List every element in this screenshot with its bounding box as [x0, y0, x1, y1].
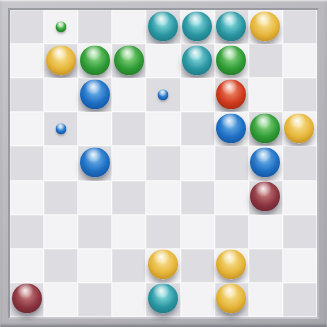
- cell-r1c8[interactable]: [283, 44, 317, 78]
- cell-r3c7[interactable]: [249, 112, 283, 146]
- ball-teal[interactable]: [182, 45, 212, 75]
- cell-r8c6[interactable]: [215, 283, 249, 317]
- cell-r1c7[interactable]: [249, 44, 283, 78]
- next-ball-blue: [157, 89, 168, 100]
- cell-r4c7[interactable]: [249, 146, 283, 180]
- cell-r5c4[interactable]: [146, 181, 180, 215]
- cell-r7c4[interactable]: [146, 249, 180, 283]
- cell-r3c8[interactable]: [283, 112, 317, 146]
- cell-r6c0[interactable]: [10, 215, 44, 249]
- ball-red[interactable]: [216, 79, 246, 109]
- cell-r7c0[interactable]: [10, 249, 44, 283]
- cell-r5c2[interactable]: [78, 181, 112, 215]
- cell-r2c0[interactable]: [10, 78, 44, 112]
- cell-r3c6[interactable]: [215, 112, 249, 146]
- ball-maroon[interactable]: [250, 181, 280, 211]
- cell-r2c6[interactable]: [215, 78, 249, 112]
- cell-r5c6[interactable]: [215, 181, 249, 215]
- cell-r2c1[interactable]: [44, 78, 78, 112]
- cell-r0c8[interactable]: [283, 10, 317, 44]
- cell-r6c1[interactable]: [44, 215, 78, 249]
- cell-r1c4[interactable]: [146, 44, 180, 78]
- cell-r3c5[interactable]: [181, 112, 215, 146]
- cell-r0c0[interactable]: [10, 10, 44, 44]
- cell-r1c6[interactable]: [215, 44, 249, 78]
- cell-r8c7[interactable]: [249, 283, 283, 317]
- cell-r2c4[interactable]: [146, 78, 180, 112]
- ball-yellow[interactable]: [250, 11, 280, 41]
- ball-teal[interactable]: [148, 11, 178, 41]
- cell-r8c5[interactable]: [181, 283, 215, 317]
- ball-yellow[interactable]: [46, 45, 76, 75]
- cell-r0c7[interactable]: [249, 10, 283, 44]
- cell-r8c0[interactable]: [10, 283, 44, 317]
- cell-r8c4[interactable]: [146, 283, 180, 317]
- ball-green[interactable]: [250, 113, 280, 143]
- ball-green[interactable]: [114, 45, 144, 75]
- ball-maroon[interactable]: [12, 284, 42, 314]
- ball-blue[interactable]: [216, 113, 246, 143]
- cell-r2c5[interactable]: [181, 78, 215, 112]
- cell-r1c2[interactable]: [78, 44, 112, 78]
- cell-r4c8[interactable]: [283, 146, 317, 180]
- ball-blue[interactable]: [80, 147, 110, 177]
- cell-r4c6[interactable]: [215, 146, 249, 180]
- ball-yellow[interactable]: [148, 250, 178, 280]
- cell-r4c3[interactable]: [112, 146, 146, 180]
- cell-r3c4[interactable]: [146, 112, 180, 146]
- ball-teal[interactable]: [148, 284, 178, 314]
- cell-r2c3[interactable]: [112, 78, 146, 112]
- cell-r6c5[interactable]: [181, 215, 215, 249]
- ball-teal[interactable]: [216, 11, 246, 41]
- cell-r5c1[interactable]: [44, 181, 78, 215]
- cell-r7c1[interactable]: [44, 249, 78, 283]
- cell-r0c5[interactable]: [181, 10, 215, 44]
- cell-r7c6[interactable]: [215, 249, 249, 283]
- cell-r8c2[interactable]: [78, 283, 112, 317]
- ball-blue[interactable]: [250, 147, 280, 177]
- cell-r7c7[interactable]: [249, 249, 283, 283]
- cell-r7c8[interactable]: [283, 249, 317, 283]
- ball-teal[interactable]: [182, 11, 212, 41]
- cell-r7c3[interactable]: [112, 249, 146, 283]
- cell-r6c3[interactable]: [112, 215, 146, 249]
- cell-r7c2[interactable]: [78, 249, 112, 283]
- cell-r5c8[interactable]: [283, 181, 317, 215]
- cell-r1c1[interactable]: [44, 44, 78, 78]
- cell-r3c3[interactable]: [112, 112, 146, 146]
- cell-r2c2[interactable]: [78, 78, 112, 112]
- cell-r6c8[interactable]: [283, 215, 317, 249]
- cell-r3c1[interactable]: [44, 112, 78, 146]
- cell-r6c2[interactable]: [78, 215, 112, 249]
- cell-r1c5[interactable]: [181, 44, 215, 78]
- cell-r8c3[interactable]: [112, 283, 146, 317]
- cell-r1c0[interactable]: [10, 44, 44, 78]
- cell-r3c2[interactable]: [78, 112, 112, 146]
- cell-r2c7[interactable]: [249, 78, 283, 112]
- cell-r0c1[interactable]: [44, 10, 78, 44]
- cell-r5c7[interactable]: [249, 181, 283, 215]
- cell-r8c8[interactable]: [283, 283, 317, 317]
- ball-yellow[interactable]: [216, 250, 246, 280]
- cell-r4c1[interactable]: [44, 146, 78, 180]
- cell-r6c6[interactable]: [215, 215, 249, 249]
- cell-r1c3[interactable]: [112, 44, 146, 78]
- ball-green[interactable]: [216, 45, 246, 75]
- ball-yellow[interactable]: [284, 113, 314, 143]
- board-grid: [8, 8, 319, 319]
- cell-r5c3[interactable]: [112, 181, 146, 215]
- cell-r5c0[interactable]: [10, 181, 44, 215]
- cell-r0c2[interactable]: [78, 10, 112, 44]
- cell-r4c4[interactable]: [146, 146, 180, 180]
- ball-green[interactable]: [80, 45, 110, 75]
- cell-r3c0[interactable]: [10, 112, 44, 146]
- cell-r7c5[interactable]: [181, 249, 215, 283]
- cell-r0c6[interactable]: [215, 10, 249, 44]
- cell-r0c4[interactable]: [146, 10, 180, 44]
- cell-r6c7[interactable]: [249, 215, 283, 249]
- cell-r6c4[interactable]: [146, 215, 180, 249]
- next-ball-blue: [55, 123, 66, 134]
- cell-r8c1[interactable]: [44, 283, 78, 317]
- ball-yellow[interactable]: [216, 284, 246, 314]
- cell-r2c8[interactable]: [283, 78, 317, 112]
- next-ball-green: [55, 21, 66, 32]
- cell-r4c0[interactable]: [10, 146, 44, 180]
- lines-game-board: [0, 0, 327, 327]
- cell-r5c5[interactable]: [181, 181, 215, 215]
- ball-blue[interactable]: [80, 79, 110, 109]
- cell-r4c5[interactable]: [181, 146, 215, 180]
- cell-r4c2[interactable]: [78, 146, 112, 180]
- cell-r0c3[interactable]: [112, 10, 146, 44]
